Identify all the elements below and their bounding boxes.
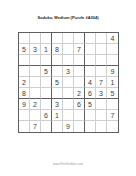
cell-r2c5: [63, 44, 74, 55]
cell-r8c2: [30, 110, 41, 121]
cell-r9c3: [41, 121, 52, 132]
cell-r8c4: 1: [52, 110, 63, 121]
cell-r4c9: 9: [107, 66, 118, 77]
cell-r6c9: 5: [107, 88, 118, 99]
cell-r6c3: [41, 88, 52, 99]
cell-r3c1: [19, 55, 30, 66]
cell-r1c8: [96, 33, 107, 44]
cell-r5c3: [41, 77, 52, 88]
cell-r7c2: 2: [30, 99, 41, 110]
cell-r3c4: [52, 55, 63, 66]
cell-r2c7: [85, 44, 96, 55]
cell-r4c5: 3: [63, 66, 74, 77]
cell-r8c1: [19, 110, 30, 121]
cell-r1c6: [74, 33, 85, 44]
cell-r7c5: [63, 99, 74, 110]
cell-r4c3: 5: [41, 66, 52, 77]
sudoku-board: 45318753925471826359236561779: [18, 32, 119, 133]
cell-r2c6: 7: [74, 44, 85, 55]
footer-url: www.PrintSudoku.com: [0, 162, 136, 166]
cell-r2c8: [96, 44, 107, 55]
cell-r1c7: [85, 33, 96, 44]
cell-r6c1: 8: [19, 88, 30, 99]
cell-r9c7: [85, 121, 96, 132]
cell-r5c2: [30, 77, 41, 88]
cell-r9c2: 7: [30, 121, 41, 132]
cell-r8c6: [74, 110, 85, 121]
cell-r9c9: [107, 121, 118, 132]
cell-r6c7: 6: [85, 88, 96, 99]
printable-sudoku-page: Sudoku, Medium (Puzzle #A304) 4531875392…: [0, 0, 136, 176]
cell-r7c9: [107, 99, 118, 110]
cell-r1c2: [30, 33, 41, 44]
cell-r2c9: [107, 44, 118, 55]
cell-r7c6: 6: [74, 99, 85, 110]
cell-r4c2: [30, 66, 41, 77]
cell-r4c4: [52, 66, 63, 77]
cell-r5c9: 1: [107, 77, 118, 88]
cell-r6c6: 2: [74, 88, 85, 99]
cell-r9c5: 9: [63, 121, 74, 132]
cell-r2c2: 3: [30, 44, 41, 55]
cell-r4c7: [85, 66, 96, 77]
cell-r1c4: [52, 33, 63, 44]
cell-r5c6: [74, 77, 85, 88]
cell-r8c9: 7: [107, 110, 118, 121]
cell-r6c4: [52, 88, 63, 99]
cell-r5c4: 5: [52, 77, 63, 88]
cell-r5c8: 7: [96, 77, 107, 88]
cell-r3c5: [63, 55, 74, 66]
cell-r2c4: 8: [52, 44, 63, 55]
cell-r3c8: [96, 55, 107, 66]
cell-r1c1: [19, 33, 30, 44]
cell-r7c7: 5: [85, 99, 96, 110]
cell-r6c8: 3: [96, 88, 107, 99]
cell-r5c5: [63, 77, 74, 88]
puzzle-title: Sudoku, Medium (Puzzle #A304): [0, 15, 136, 20]
cell-r1c5: [63, 33, 74, 44]
cell-r2c3: 1: [41, 44, 52, 55]
cell-r3c6: [74, 55, 85, 66]
cell-r8c5: [63, 110, 74, 121]
cell-r7c3: [41, 99, 52, 110]
cell-r4c8: [96, 66, 107, 77]
cell-r8c8: [96, 110, 107, 121]
cell-r2c1: 5: [19, 44, 30, 55]
cell-r4c1: [19, 66, 30, 77]
cell-r7c8: [96, 99, 107, 110]
cell-r6c5: [63, 88, 74, 99]
cell-r1c9: 4: [107, 33, 118, 44]
cell-r4c6: [74, 66, 85, 77]
cell-r3c9: [107, 55, 118, 66]
cell-r9c8: [96, 121, 107, 132]
cell-r7c1: 9: [19, 99, 30, 110]
cell-r3c7: [85, 55, 96, 66]
cell-r1c3: [41, 33, 52, 44]
cell-r6c2: [30, 88, 41, 99]
cell-r3c2: [30, 55, 41, 66]
cell-r3c3: [41, 55, 52, 66]
cell-r9c6: [74, 121, 85, 132]
cell-r8c7: [85, 110, 96, 121]
cell-r5c1: 2: [19, 77, 30, 88]
cell-r9c1: [19, 121, 30, 132]
cell-r8c3: 6: [41, 110, 52, 121]
cell-r9c4: [52, 121, 63, 132]
cell-r5c7: 4: [85, 77, 96, 88]
cell-r7c4: 3: [52, 99, 63, 110]
